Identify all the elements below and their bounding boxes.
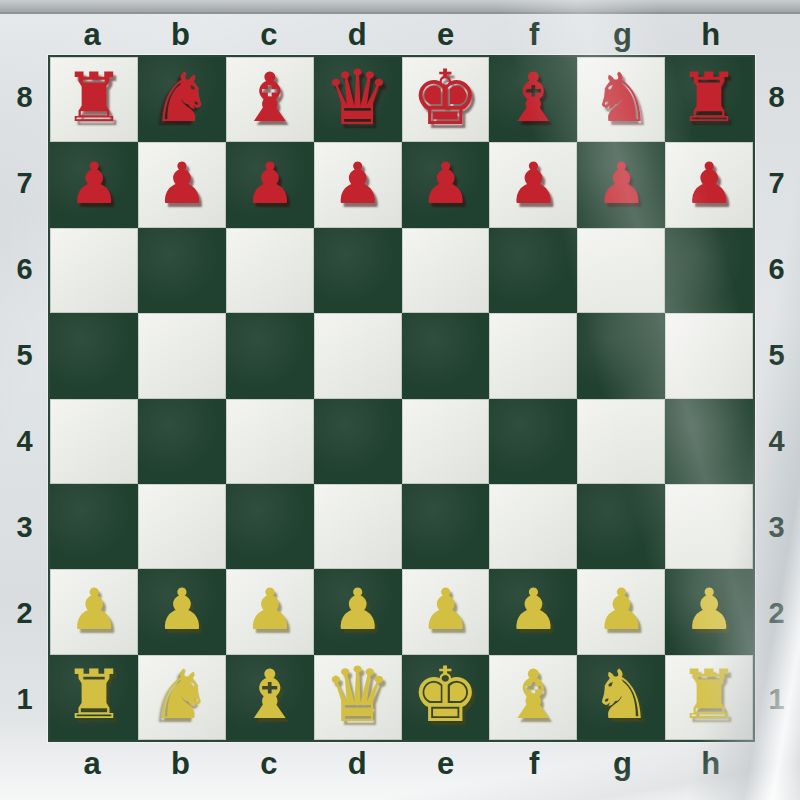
file-label-top-d: d [313,15,401,55]
square-g7[interactable]: ♟ [577,142,665,227]
square-e6[interactable] [402,228,490,313]
square-g8[interactable]: ♞ [577,57,665,142]
square-d8[interactable]: ♛ [314,57,402,142]
piece-red-bishop[interactable]: ♝ [503,64,564,132]
rank-label-right-1: 1 [753,656,800,742]
square-a1[interactable]: ♜ [50,655,138,740]
rank-label-left-7: 7 [1,141,48,227]
piece-red-pawn[interactable]: ♟ [596,155,647,212]
piece-yellow-rook[interactable]: ♜ [63,661,124,729]
square-f4[interactable] [489,399,577,484]
rank-label-left-1: 1 [1,656,48,742]
piece-yellow-pawn[interactable]: ♟ [68,581,119,638]
square-h7[interactable]: ♟ [665,142,753,227]
square-c3[interactable] [226,484,314,569]
square-b2[interactable]: ♟ [138,569,226,654]
square-g6[interactable] [577,228,665,313]
piece-yellow-pawn[interactable]: ♟ [156,581,207,638]
square-a8[interactable]: ♜ [50,57,138,142]
rank-label-left-8: 8 [1,55,48,141]
square-a7[interactable]: ♟ [50,142,138,227]
square-h3[interactable] [665,484,753,569]
rank-label-left-3: 3 [1,484,48,570]
file-label-bottom-a: a [48,742,136,786]
square-e5[interactable] [402,313,490,398]
piece-red-knight[interactable]: ♞ [591,64,652,132]
square-f7[interactable]: ♟ [489,142,577,227]
piece-yellow-bishop[interactable]: ♝ [503,661,564,729]
piece-yellow-pawn[interactable]: ♟ [244,581,295,638]
piece-red-king[interactable]: ♚ [411,60,479,136]
square-e1[interactable]: ♚ [402,655,490,740]
piece-red-pawn[interactable]: ♟ [68,155,119,212]
square-e3[interactable] [402,484,490,569]
square-e2[interactable]: ♟ [402,569,490,654]
square-g3[interactable] [577,484,665,569]
square-g4[interactable] [577,399,665,484]
square-d7[interactable]: ♟ [314,142,402,227]
square-a2[interactable]: ♟ [50,569,138,654]
file-label-bottom-d: d [313,742,401,786]
square-e7[interactable]: ♟ [402,142,490,227]
square-c7[interactable]: ♟ [226,142,314,227]
square-h4[interactable] [665,399,753,484]
square-h1[interactable]: ♜ [665,655,753,740]
rank-labels-left: 87654321 [1,55,48,742]
square-a5[interactable] [50,313,138,398]
square-a4[interactable] [50,399,138,484]
square-f3[interactable] [489,484,577,569]
square-g1[interactable]: ♞ [577,655,665,740]
rank-label-left-6: 6 [1,227,48,313]
rank-label-right-7: 7 [753,141,800,227]
square-b6[interactable] [138,228,226,313]
file-label-bottom-c: c [225,742,313,786]
file-label-bottom-f: f [490,742,578,786]
piece-yellow-knight[interactable]: ♞ [151,661,212,729]
piece-red-pawn[interactable]: ♟ [420,155,471,212]
rank-label-right-2: 2 [753,570,800,656]
square-h2[interactable]: ♟ [665,569,753,654]
square-d4[interactable] [314,399,402,484]
square-d5[interactable] [314,313,402,398]
square-f8[interactable]: ♝ [489,57,577,142]
square-c6[interactable] [226,228,314,313]
square-d2[interactable]: ♟ [314,569,402,654]
file-label-top-a: a [48,15,136,55]
square-d3[interactable] [314,484,402,569]
piece-yellow-rook[interactable]: ♜ [679,661,740,729]
file-label-top-h: h [667,15,755,55]
square-b1[interactable]: ♞ [138,655,226,740]
square-b8[interactable]: ♞ [138,57,226,142]
piece-yellow-queen[interactable]: ♛ [323,657,391,733]
square-b5[interactable] [138,313,226,398]
square-h6[interactable] [665,228,753,313]
square-g2[interactable]: ♟ [577,569,665,654]
file-label-bottom-e: e [402,742,490,786]
piece-red-pawn[interactable]: ♟ [156,155,207,212]
piece-red-rook[interactable]: ♜ [63,64,124,132]
square-c8[interactable]: ♝ [226,57,314,142]
square-a6[interactable] [50,228,138,313]
square-d6[interactable] [314,228,402,313]
piece-red-pawn[interactable]: ♟ [332,155,383,212]
file-label-top-f: f [490,15,578,55]
rank-label-left-4: 4 [1,399,48,485]
square-c1[interactable]: ♝ [226,655,314,740]
square-g5[interactable] [577,313,665,398]
piece-yellow-pawn[interactable]: ♟ [596,581,647,638]
rank-label-left-2: 2 [1,570,48,656]
piece-yellow-bishop[interactable]: ♝ [239,661,300,729]
demonstration-chessboard: abcdefgh 87654321 ♜♞♝♛♚♝♞♜♟♟♟♟♟♟♟♟♟♟♟♟♟♟… [0,0,800,800]
rank-labels-right: 87654321 [753,55,800,742]
square-c2[interactable]: ♟ [226,569,314,654]
file-label-top-e: e [402,15,490,55]
chess-board[interactable]: ♜♞♝♛♚♝♞♜♟♟♟♟♟♟♟♟♟♟♟♟♟♟♟♟♜♞♝♛♚♝♞♜ [48,55,755,742]
square-f6[interactable] [489,228,577,313]
board-hanger-strip [0,0,800,14]
square-b3[interactable] [138,484,226,569]
square-f5[interactable] [489,313,577,398]
square-h5[interactable] [665,313,753,398]
square-f1[interactable]: ♝ [489,655,577,740]
file-labels-top: abcdefgh [48,15,755,55]
file-label-bottom-b: b [136,742,224,786]
rank-label-right-8: 8 [753,55,800,141]
square-h8[interactable]: ♜ [665,57,753,142]
square-a3[interactable] [50,484,138,569]
square-c5[interactable] [226,313,314,398]
piece-red-pawn[interactable]: ♟ [244,155,295,212]
rank-label-right-5: 5 [753,313,800,399]
square-e4[interactable] [402,399,490,484]
piece-yellow-pawn[interactable]: ♟ [332,581,383,638]
file-label-bottom-h: h [667,742,755,786]
square-b7[interactable]: ♟ [138,142,226,227]
square-d1[interactable]: ♛ [314,655,402,740]
piece-yellow-king[interactable]: ♚ [411,657,479,733]
piece-yellow-pawn[interactable]: ♟ [420,581,471,638]
file-label-bottom-g: g [578,742,666,786]
piece-red-pawn[interactable]: ♟ [684,155,735,212]
piece-red-knight[interactable]: ♞ [151,64,212,132]
rank-label-left-5: 5 [1,313,48,399]
rank-label-right-3: 3 [753,484,800,570]
square-e8[interactable]: ♚ [402,57,490,142]
square-f2[interactable]: ♟ [489,569,577,654]
piece-red-queen[interactable]: ♛ [323,60,391,136]
piece-red-pawn[interactable]: ♟ [508,155,559,212]
piece-yellow-pawn[interactable]: ♟ [684,581,735,638]
square-c4[interactable] [226,399,314,484]
piece-yellow-knight[interactable]: ♞ [591,661,652,729]
file-labels-bottom: abcdefgh [48,742,755,786]
rank-label-right-6: 6 [753,227,800,313]
file-label-top-g: g [578,15,666,55]
rank-label-right-4: 4 [753,399,800,485]
piece-red-bishop[interactable]: ♝ [239,64,300,132]
square-b4[interactable] [138,399,226,484]
piece-red-rook[interactable]: ♜ [679,64,740,132]
file-label-top-c: c [225,15,313,55]
piece-yellow-pawn[interactable]: ♟ [508,581,559,638]
file-label-top-b: b [136,15,224,55]
